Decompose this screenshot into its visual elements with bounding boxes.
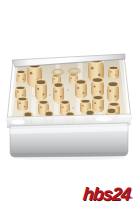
- tube: [92, 95, 104, 112]
- tube: [107, 81, 119, 102]
- tube: [91, 77, 104, 97]
- product-image: hbs24: [0, 0, 136, 204]
- tube: [53, 82, 64, 102]
- brand-logo: hbs24: [82, 185, 133, 203]
- drop-shadow: [13, 156, 125, 160]
- tube: [17, 97, 28, 111]
- box-with-tubes-illustration: [0, 0, 136, 204]
- tube: [75, 79, 87, 98]
- tube: [108, 66, 119, 79]
- glass-highlight: [11, 120, 25, 125]
- glass-highlight: [96, 117, 112, 122]
- tube: [16, 70, 26, 83]
- brand-logo-text: hbs24: [82, 184, 130, 204]
- brand-logo-dot: [131, 197, 133, 199]
- tube: [35, 79, 47, 100]
- tube: [15, 86, 26, 99]
- product-photo: [0, 0, 136, 204]
